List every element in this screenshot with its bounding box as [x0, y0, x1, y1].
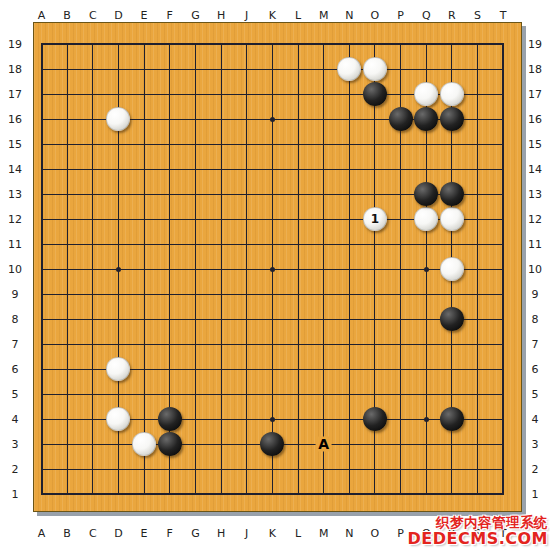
star-point-k4 [270, 417, 275, 422]
column-label-top-b: B [63, 9, 71, 22]
column-label-top-h: H [217, 9, 225, 22]
stone-black-p16 [389, 107, 413, 131]
column-label-bottom-l: L [295, 527, 301, 540]
row-label-left-1: 1 [12, 488, 19, 501]
stone-black-r13 [440, 182, 464, 206]
column-label-bottom-j: J [245, 527, 248, 540]
row-label-left-13: 13 [8, 188, 22, 201]
column-label-top-r: R [448, 9, 456, 22]
watermark-chinese-text: 织梦内容管理系统 [408, 515, 548, 530]
stone-white-o18 [363, 57, 387, 81]
row-label-right-13: 13 [528, 188, 542, 201]
stone-black-r16 [440, 107, 464, 131]
star-point-q10 [424, 267, 429, 272]
row-label-right-16: 16 [528, 113, 542, 126]
row-label-left-10: 10 [8, 263, 22, 276]
row-label-right-2: 2 [532, 463, 539, 476]
row-label-right-8: 8 [532, 313, 539, 326]
marker-a-m3: A [315, 437, 332, 452]
row-label-right-17: 17 [528, 88, 542, 101]
grid-line-vertical [323, 43, 324, 495]
row-label-left-9: 9 [12, 288, 19, 301]
row-label-right-14: 14 [528, 163, 542, 176]
row-label-left-6: 6 [12, 363, 19, 376]
watermark-dedecms-text: DEDECMS.COM [408, 530, 548, 548]
row-label-left-5: 5 [12, 388, 19, 401]
grid-line-horizontal [41, 294, 505, 295]
stone-white-r10 [440, 257, 464, 281]
column-label-bottom-c: C [89, 527, 97, 540]
row-label-right-19: 19 [528, 38, 542, 51]
column-label-bottom-p: P [397, 527, 404, 540]
stone-black-r4 [440, 407, 464, 431]
row-label-left-11: 11 [8, 238, 22, 251]
column-label-top-l: L [295, 9, 301, 22]
column-label-top-c: C [89, 9, 97, 22]
column-label-bottom-b: B [63, 527, 71, 540]
stone-white-r17 [440, 82, 464, 106]
stone-white-e3 [132, 432, 156, 456]
stone-white-o12: 1 [363, 207, 387, 231]
row-label-left-12: 12 [8, 213, 22, 226]
row-label-left-7: 7 [12, 338, 19, 351]
column-label-top-s: S [474, 9, 481, 22]
column-label-top-o: O [371, 9, 380, 22]
row-label-right-12: 12 [528, 213, 542, 226]
grid-line-horizontal [41, 344, 505, 345]
column-label-top-e: E [141, 9, 148, 22]
grid-line-vertical [477, 43, 478, 495]
row-label-left-3: 3 [12, 438, 19, 451]
row-label-right-3: 3 [532, 438, 539, 451]
stone-white-r12 [440, 207, 464, 231]
column-label-bottom-d: D [114, 527, 122, 540]
column-label-top-d: D [114, 9, 122, 22]
row-label-right-1: 1 [532, 488, 539, 501]
column-label-top-m: M [319, 9, 329, 22]
row-label-left-4: 4 [12, 413, 19, 426]
column-label-bottom-h: H [217, 527, 225, 540]
row-label-right-11: 11 [528, 238, 542, 251]
grid-line-horizontal [41, 493, 505, 495]
watermark: 织梦内容管理系统 DEDECMS.COM [408, 515, 548, 548]
column-label-bottom-o: O [371, 527, 380, 540]
grid-line-vertical [298, 43, 299, 495]
grid-line-vertical [349, 43, 350, 495]
grid-line-horizontal [41, 319, 505, 320]
row-label-left-2: 2 [12, 463, 19, 476]
grid-line-horizontal [41, 469, 505, 470]
grid-line-vertical [502, 43, 504, 495]
row-label-right-18: 18 [528, 63, 542, 76]
star-point-d10 [116, 267, 121, 272]
stone-black-f4 [158, 407, 182, 431]
column-label-top-a: A [38, 9, 46, 22]
grid-line-horizontal [41, 394, 505, 395]
star-point-k16 [270, 117, 275, 122]
row-label-left-17: 17 [8, 88, 22, 101]
stone-black-o4 [363, 407, 387, 431]
column-label-bottom-a: A [38, 527, 46, 540]
row-label-right-4: 4 [532, 413, 539, 426]
row-label-left-19: 19 [8, 38, 22, 51]
column-label-top-g: G [191, 9, 200, 22]
stone-black-r8 [440, 307, 464, 331]
row-label-right-9: 9 [532, 288, 539, 301]
column-label-top-j: J [245, 9, 248, 22]
row-label-left-18: 18 [8, 63, 22, 76]
column-label-bottom-g: G [191, 527, 200, 540]
row-label-right-15: 15 [528, 138, 542, 151]
column-label-bottom-e: E [141, 527, 148, 540]
column-label-bottom-n: N [345, 527, 353, 540]
column-label-top-k: K [269, 9, 276, 22]
column-label-bottom-m: M [319, 527, 329, 540]
go-diagram-page: 织梦内容管理系统 DEDECMS.COM AABBCCDDEEFFGGHHJJK… [0, 0, 550, 550]
column-label-top-n: N [345, 9, 353, 22]
row-label-left-16: 16 [8, 113, 22, 126]
stone-black-o17 [363, 82, 387, 106]
column-label-top-p: P [397, 9, 404, 22]
row-label-right-6: 6 [532, 363, 539, 376]
star-point-k10 [270, 267, 275, 272]
row-label-right-5: 5 [532, 388, 539, 401]
stone-black-f3 [158, 432, 182, 456]
column-label-top-f: F [167, 9, 173, 22]
column-label-top-q: Q [422, 9, 431, 22]
row-label-right-7: 7 [532, 338, 539, 351]
star-point-q4 [424, 417, 429, 422]
column-label-top-t: T [500, 9, 507, 22]
row-label-right-10: 10 [528, 263, 542, 276]
column-label-bottom-f: F [167, 527, 173, 540]
column-label-bottom-k: K [269, 527, 276, 540]
row-label-left-8: 8 [12, 313, 19, 326]
row-label-left-14: 14 [8, 163, 22, 176]
row-label-left-15: 15 [8, 138, 22, 151]
